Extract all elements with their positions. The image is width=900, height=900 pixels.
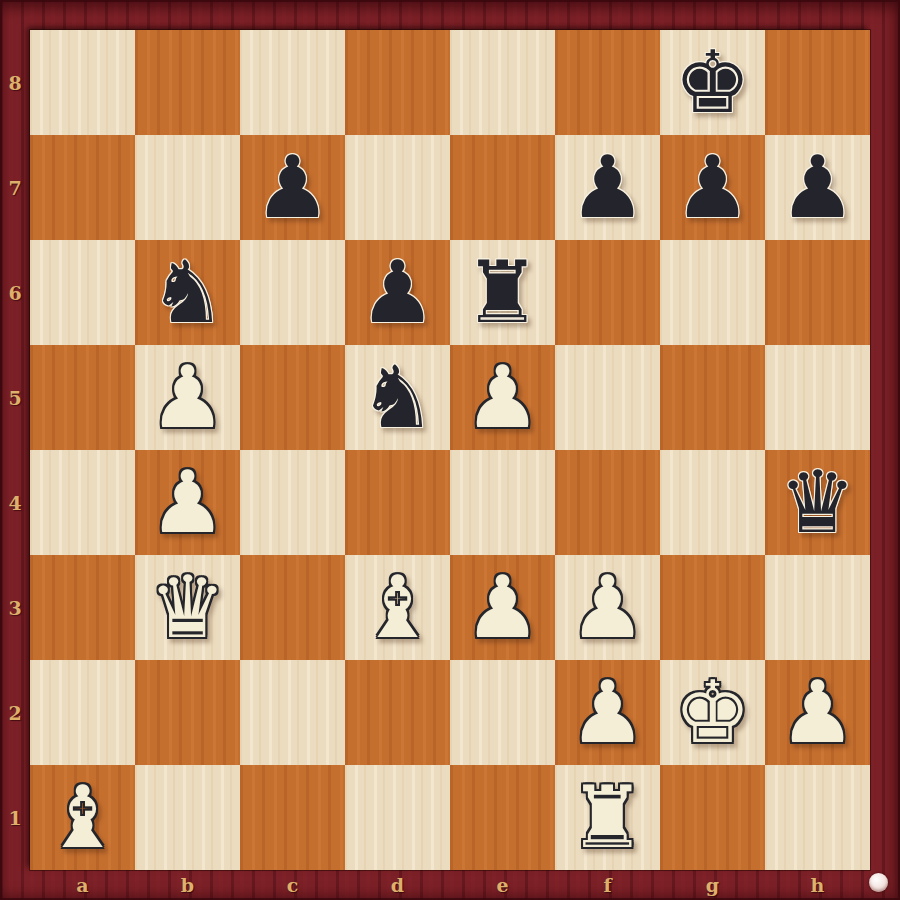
square-c5[interactable] (240, 345, 345, 450)
piece-white-pawn-b4: ♟ (149, 450, 226, 555)
square-g6[interactable] (660, 240, 765, 345)
chess-board: ♚♟♟♟♟♞♟♜♟♞♟♟♛♛♝♟♟♟♚♟♝♜ (30, 30, 870, 870)
file-label-f: f (555, 870, 660, 900)
square-e3[interactable]: ♟ (450, 555, 555, 660)
square-a8[interactable] (30, 30, 135, 135)
square-e5[interactable]: ♟ (450, 345, 555, 450)
square-a3[interactable] (30, 555, 135, 660)
piece-white-pawn-e3: ♟ (464, 555, 541, 660)
board-frame: ♚♟♟♟♟♞♟♜♟♞♟♟♛♛♝♟♟♟♚♟♝♜ 87654321 abcdefgh (0, 0, 900, 900)
square-b4[interactable]: ♟ (135, 450, 240, 555)
piece-black-knight-b6: ♞ (149, 240, 226, 345)
square-c2[interactable] (240, 660, 345, 765)
square-g1[interactable] (660, 765, 765, 870)
square-f2[interactable]: ♟ (555, 660, 660, 765)
square-g7[interactable]: ♟ (660, 135, 765, 240)
square-g8[interactable]: ♚ (660, 30, 765, 135)
file-label-h: h (765, 870, 870, 900)
square-b2[interactable] (135, 660, 240, 765)
file-label-a: a (30, 870, 135, 900)
piece-black-rook-e6: ♜ (464, 240, 541, 345)
rank-label-7: 7 (0, 135, 30, 240)
square-h6[interactable] (765, 240, 870, 345)
piece-black-pawn-f7: ♟ (569, 135, 646, 240)
square-a5[interactable] (30, 345, 135, 450)
square-d5[interactable]: ♞ (345, 345, 450, 450)
square-f1[interactable]: ♜ (555, 765, 660, 870)
square-c6[interactable] (240, 240, 345, 345)
square-d4[interactable] (345, 450, 450, 555)
square-b5[interactable]: ♟ (135, 345, 240, 450)
square-h5[interactable] (765, 345, 870, 450)
square-d1[interactable] (345, 765, 450, 870)
square-b3[interactable]: ♛ (135, 555, 240, 660)
square-c8[interactable] (240, 30, 345, 135)
piece-white-rook-f1: ♜ (569, 765, 646, 870)
file-labels: abcdefgh (30, 870, 870, 900)
rank-label-2: 2 (0, 660, 30, 765)
piece-white-queen-b3: ♛ (149, 555, 226, 660)
file-label-d: d (345, 870, 450, 900)
piece-white-pawn-f3: ♟ (569, 555, 646, 660)
square-e6[interactable]: ♜ (450, 240, 555, 345)
square-e4[interactable] (450, 450, 555, 555)
square-g3[interactable] (660, 555, 765, 660)
square-a7[interactable] (30, 135, 135, 240)
square-e2[interactable] (450, 660, 555, 765)
square-a1[interactable]: ♝ (30, 765, 135, 870)
rank-label-6: 6 (0, 240, 30, 345)
rank-label-1: 1 (0, 765, 30, 870)
square-f7[interactable]: ♟ (555, 135, 660, 240)
piece-black-pawn-g7: ♟ (674, 135, 751, 240)
square-b6[interactable]: ♞ (135, 240, 240, 345)
square-g4[interactable] (660, 450, 765, 555)
piece-white-pawn-h2: ♟ (779, 660, 856, 765)
square-h2[interactable]: ♟ (765, 660, 870, 765)
square-d2[interactable] (345, 660, 450, 765)
piece-black-pawn-d6: ♟ (359, 240, 436, 345)
piece-white-pawn-e5: ♟ (464, 345, 541, 450)
square-b8[interactable] (135, 30, 240, 135)
piece-black-queen-h4: ♛ (779, 450, 856, 555)
file-label-b: b (135, 870, 240, 900)
square-h4[interactable]: ♛ (765, 450, 870, 555)
square-c7[interactable]: ♟ (240, 135, 345, 240)
square-b1[interactable] (135, 765, 240, 870)
square-c3[interactable] (240, 555, 345, 660)
white-to-move-indicator (869, 873, 888, 892)
square-f4[interactable] (555, 450, 660, 555)
square-h1[interactable] (765, 765, 870, 870)
rank-label-5: 5 (0, 345, 30, 450)
rank-label-4: 4 (0, 450, 30, 555)
square-d8[interactable] (345, 30, 450, 135)
square-h3[interactable] (765, 555, 870, 660)
piece-black-knight-d5: ♞ (359, 345, 436, 450)
square-a6[interactable] (30, 240, 135, 345)
file-label-e: e (450, 870, 555, 900)
square-d7[interactable] (345, 135, 450, 240)
square-c4[interactable] (240, 450, 345, 555)
piece-white-pawn-b5: ♟ (149, 345, 226, 450)
square-f8[interactable] (555, 30, 660, 135)
rank-label-3: 3 (0, 555, 30, 660)
square-d3[interactable]: ♝ (345, 555, 450, 660)
file-label-g: g (660, 870, 765, 900)
piece-black-king-g8: ♚ (674, 30, 751, 135)
square-a4[interactable] (30, 450, 135, 555)
piece-white-bishop-a1: ♝ (44, 765, 121, 870)
piece-black-pawn-h7: ♟ (779, 135, 856, 240)
square-g2[interactable]: ♚ (660, 660, 765, 765)
square-h7[interactable]: ♟ (765, 135, 870, 240)
piece-white-bishop-d3: ♝ (359, 555, 436, 660)
square-f5[interactable] (555, 345, 660, 450)
square-b7[interactable] (135, 135, 240, 240)
square-g5[interactable] (660, 345, 765, 450)
file-label-c: c (240, 870, 345, 900)
square-c1[interactable] (240, 765, 345, 870)
piece-white-pawn-f2: ♟ (569, 660, 646, 765)
square-a2[interactable] (30, 660, 135, 765)
square-f6[interactable] (555, 240, 660, 345)
piece-white-king-g2: ♚ (674, 660, 751, 765)
square-f3[interactable]: ♟ (555, 555, 660, 660)
rank-labels: 87654321 (0, 30, 30, 870)
square-d6[interactable]: ♟ (345, 240, 450, 345)
square-e7[interactable] (450, 135, 555, 240)
piece-black-pawn-c7: ♟ (254, 135, 331, 240)
square-h8[interactable] (765, 30, 870, 135)
square-e8[interactable] (450, 30, 555, 135)
rank-label-8: 8 (0, 30, 30, 135)
square-e1[interactable] (450, 765, 555, 870)
